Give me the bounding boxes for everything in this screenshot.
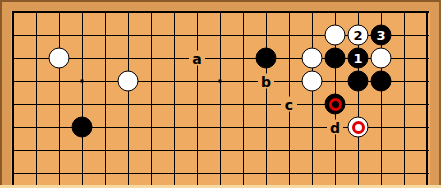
- frame-bottom-highlight: [0, 185, 441, 188]
- go-board-diagram: 231abcd: [0, 0, 441, 188]
- frame-edge: [0, 0, 441, 188]
